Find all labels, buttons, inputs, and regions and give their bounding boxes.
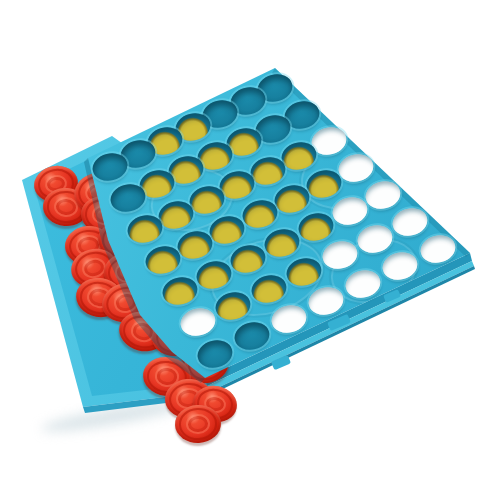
board-hole-r1c6 [380, 249, 420, 284]
board-hole-r0c4 [363, 178, 403, 213]
board-holes [0, 0, 480, 480]
board-hole-r2c6 [343, 266, 383, 301]
board-hole-r1c4 [329, 194, 369, 229]
board-hole-r6c6 [195, 336, 235, 371]
board-hole-r3c5 [284, 255, 324, 290]
board-hole-r4c3 [207, 212, 247, 247]
board-hole-r6c5 [177, 305, 217, 340]
board-hole-r1c5 [355, 221, 395, 256]
board-hole-r3c6 [306, 284, 346, 319]
board-hole-r5c5 [213, 288, 253, 323]
board-hole-r4c6 [269, 301, 309, 336]
board-hole-r4c4 [228, 242, 268, 277]
board-hole-r6c4 [160, 274, 200, 309]
board-hole-r4c5 [248, 272, 288, 307]
board-hole-r0c5 [390, 204, 430, 239]
board-hole-r5c4 [194, 258, 234, 293]
board-hole-r0c3 [336, 151, 376, 186]
board-hole-r0c6 [417, 231, 457, 266]
board-hole-r2c5 [319, 238, 359, 273]
board-hole-r3c3 [239, 197, 279, 232]
board-hole-r3c4 [262, 226, 302, 261]
board-hole-r5c6 [232, 319, 272, 354]
board-hole-r2c4 [295, 210, 335, 245]
product-photo [0, 0, 480, 480]
